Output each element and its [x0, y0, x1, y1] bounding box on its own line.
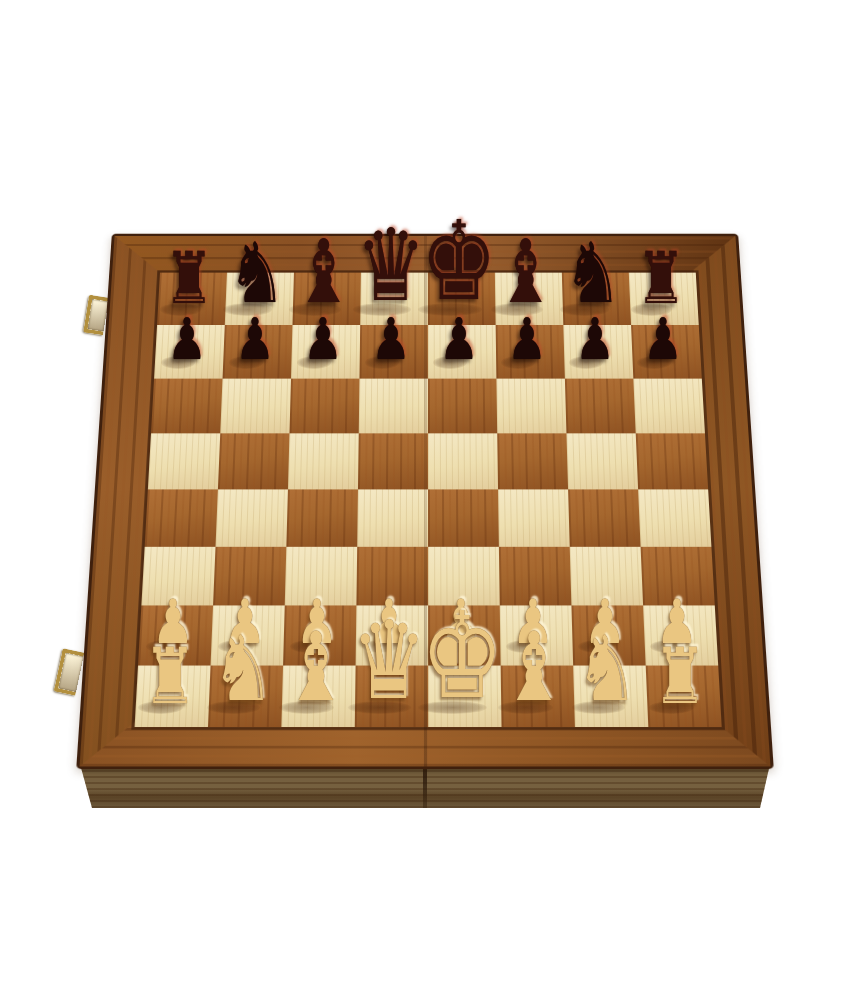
- square-f5[interactable]: [497, 433, 568, 489]
- square-f4[interactable]: [498, 489, 570, 546]
- piece-black-queen-d8[interactable]: ♛: [357, 221, 426, 313]
- piece-black-pawn-f7[interactable]: ♟: [507, 313, 547, 366]
- square-g4[interactable]: [568, 489, 640, 546]
- piece-black-knight-g8[interactable]: ♞: [564, 236, 622, 313]
- square-c5[interactable]: [288, 433, 359, 489]
- square-c4[interactable]: [286, 489, 358, 546]
- piece-white-queen-d1[interactable]: ♛: [351, 612, 426, 712]
- box-side-panel: [70, 764, 780, 808]
- square-a6[interactable]: [151, 379, 223, 434]
- square-a5[interactable]: [148, 433, 220, 489]
- square-b4[interactable]: [216, 489, 288, 546]
- square-h5[interactable]: [636, 433, 708, 489]
- square-d4[interactable]: [357, 489, 428, 546]
- chess-set-photo: ♜♞♝♛♚♝♞♜♟♟♟♟♟♟♟♟♟♟♟♟♟♟♟♟♜♞♝♛♚♝♞♜: [0, 0, 850, 995]
- square-e6[interactable]: [428, 379, 497, 434]
- square-e5[interactable]: [428, 433, 498, 489]
- square-h6[interactable]: [633, 379, 705, 434]
- square-c6[interactable]: [289, 379, 359, 434]
- piece-white-bishop-c1[interactable]: ♝: [283, 624, 349, 711]
- piece-black-knight-b8[interactable]: ♞: [228, 236, 286, 313]
- piece-white-knight-b1[interactable]: ♞: [211, 628, 274, 711]
- square-d5[interactable]: [358, 433, 428, 489]
- piece-white-knight-g1[interactable]: ♞: [576, 628, 639, 711]
- square-f6[interactable]: [496, 379, 566, 434]
- piece-black-bishop-f8[interactable]: ♝: [496, 232, 557, 313]
- piece-black-pawn-c7[interactable]: ♟: [303, 313, 343, 366]
- fold-seam-front: [423, 764, 427, 808]
- square-g6[interactable]: [565, 379, 636, 434]
- piece-black-pawn-d7[interactable]: ♟: [371, 313, 411, 366]
- square-e4[interactable]: [428, 489, 499, 546]
- piece-white-bishop-f1[interactable]: ♝: [501, 624, 567, 711]
- piece-white-rook-h1[interactable]: ♜: [653, 640, 707, 711]
- piece-black-king-e8[interactable]: ♚: [421, 212, 497, 313]
- piece-black-pawn-e7[interactable]: ♟: [439, 313, 479, 366]
- piece-black-pawn-b7[interactable]: ♟: [235, 313, 275, 366]
- square-b6[interactable]: [220, 379, 291, 434]
- brass-clasp-bottom: [54, 648, 85, 696]
- square-a4[interactable]: [145, 489, 218, 546]
- square-h4[interactable]: [638, 489, 711, 546]
- piece-white-king-e1[interactable]: ♚: [420, 601, 503, 711]
- square-d6[interactable]: [359, 379, 428, 434]
- piece-black-rook-a8[interactable]: ♜: [165, 247, 214, 313]
- piece-black-pawn-h7[interactable]: ♟: [643, 313, 683, 366]
- piece-white-rook-a1[interactable]: ♜: [143, 640, 197, 711]
- piece-black-pawn-a7[interactable]: ♟: [167, 313, 207, 366]
- square-b5[interactable]: [218, 433, 290, 489]
- piece-black-bishop-c8[interactable]: ♝: [294, 232, 355, 313]
- square-g5[interactable]: [566, 433, 638, 489]
- piece-black-rook-h8[interactable]: ♜: [636, 247, 685, 313]
- piece-black-pawn-g7[interactable]: ♟: [575, 313, 615, 366]
